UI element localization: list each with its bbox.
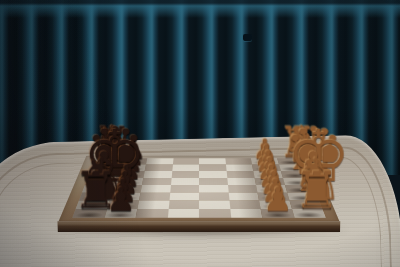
board-square[interactable] [199, 209, 231, 218]
board-square[interactable] [228, 193, 259, 201]
board-square[interactable] [143, 171, 171, 178]
board-square[interactable] [139, 193, 170, 201]
board-square[interactable]: ♜ [72, 209, 106, 218]
board-square[interactable] [230, 209, 263, 218]
board-square[interactable]: ♟ [261, 209, 294, 218]
board-side-edge [57, 221, 340, 232]
board-square[interactable] [199, 171, 227, 178]
board-square[interactable] [199, 185, 228, 193]
board-square[interactable] [228, 185, 258, 193]
board-square[interactable] [136, 209, 169, 218]
board-square[interactable] [229, 201, 261, 209]
board-frame: ♜♟♟♜♞♟♟♞♝♟♟♝♛♟♟♛♚♟♟♚♝♟♟♝♞♟♟♞♜♟♟♜ [59, 156, 340, 221]
board-square[interactable]: ♟ [104, 209, 137, 218]
board-square[interactable]: ♜ [291, 209, 325, 218]
board-square[interactable] [227, 178, 256, 185]
board-square[interactable] [167, 209, 199, 218]
board-square[interactable] [199, 178, 228, 185]
board-grid: ♜♟♟♜♞♟♟♞♝♟♟♝♛♟♟♛♚♟♟♚♝♟♟♝♞♟♟♞♜♟♟♜ [72, 158, 325, 218]
board-square[interactable] [199, 193, 229, 201]
chess-piece-black-pawn[interactable]: ♟ [105, 184, 136, 215]
chess-piece-black-rook[interactable]: ♜ [73, 167, 104, 215]
board-square[interactable] [169, 193, 199, 201]
board-square[interactable] [171, 171, 199, 178]
board-square[interactable] [199, 201, 230, 209]
board-square[interactable] [171, 178, 200, 185]
board-square[interactable] [226, 171, 254, 178]
chessboard-scene: ♜♟♟♜♞♟♟♞♝♟♟♝♛♟♟♛♚♟♟♚♝♟♟♝♞♟♟♞♜♟♟♜ [71, 57, 327, 267]
board-square[interactable] [170, 185, 199, 193]
photo-scene: ♜♟♟♜♞♟♟♞♝♟♟♝♛♟♟♛♚♟♟♚♝♟♟♝♞♟♟♞♜♟♟♜ [0, 0, 400, 267]
chess-piece-white-rook[interactable]: ♜ [293, 167, 324, 215]
chess-piece-white-pawn[interactable]: ♟ [262, 184, 293, 215]
board-square[interactable] [137, 201, 169, 209]
board-square[interactable] [168, 201, 199, 209]
chessboard: ♜♟♟♜♞♟♟♞♝♟♟♝♛♟♟♛♚♟♟♚♝♟♟♝♞♟♟♞♜♟♟♜ [59, 156, 340, 221]
